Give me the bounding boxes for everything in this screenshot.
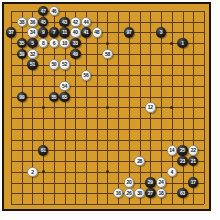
grid-line-horizontal xyxy=(11,140,204,141)
stone-black-61: 61 xyxy=(38,145,48,155)
stone-black-23: 23 xyxy=(177,156,187,166)
stone-white-46: 46 xyxy=(49,6,59,16)
move-number-label: 26 xyxy=(125,189,133,198)
move-number-label: 25 xyxy=(177,145,187,155)
stone-white-22: 22 xyxy=(188,145,198,155)
move-number-label: 99 xyxy=(17,92,27,102)
stone-black-1: 1 xyxy=(177,38,187,48)
move-number-label: 3 xyxy=(156,27,166,37)
stone-black-49: 49 xyxy=(70,49,80,59)
stone-white-48: 48 xyxy=(92,27,102,37)
move-number-label: 36 xyxy=(28,18,36,27)
move-number-label: 52 xyxy=(60,60,68,69)
stone-white-20: 20 xyxy=(124,177,134,187)
grid-line-vertical xyxy=(118,11,119,204)
stone-black-37: 37 xyxy=(6,27,16,37)
grid-line-horizontal xyxy=(11,193,204,194)
hoshi-star-point xyxy=(106,170,109,173)
move-number-label: 9 xyxy=(38,27,48,37)
stone-black-3: 3 xyxy=(156,27,166,37)
move-number-label: 29 xyxy=(145,177,155,187)
grid-line-vertical xyxy=(140,11,141,204)
stone-white-4: 4 xyxy=(167,167,177,177)
move-number-label: 33 xyxy=(70,38,80,48)
hoshi-star-point xyxy=(42,106,45,109)
move-number-label: 58 xyxy=(103,50,111,59)
hoshi-star-point xyxy=(170,106,173,109)
stone-white-40: 40 xyxy=(70,27,80,37)
move-number-label: 51 xyxy=(27,59,37,69)
hoshi-star-point xyxy=(42,170,45,173)
move-number-label: 17 xyxy=(188,177,198,187)
move-number-label: 40 xyxy=(71,28,79,37)
stone-black-5: 5 xyxy=(27,38,37,48)
move-number-label: 1 xyxy=(177,38,187,48)
stone-black-51: 51 xyxy=(27,59,37,69)
stone-black-99: 99 xyxy=(17,92,27,102)
move-number-label: 42 xyxy=(71,18,79,27)
stone-white-18: 18 xyxy=(156,188,166,198)
stone-black-27: 27 xyxy=(145,188,155,198)
stone-white-24: 24 xyxy=(156,177,166,187)
stone-black-33: 33 xyxy=(70,38,80,48)
move-number-label: 63 xyxy=(177,188,187,198)
move-number-label: 22 xyxy=(189,146,197,155)
move-number-label: 2 xyxy=(28,168,36,177)
stone-black-65: 65 xyxy=(59,92,69,102)
stone-black-17: 17 xyxy=(188,177,198,187)
stone-white-30: 30 xyxy=(134,188,144,198)
grid-line-horizontal xyxy=(11,161,204,162)
move-number-label: 21 xyxy=(188,156,198,166)
stone-white-16: 16 xyxy=(113,188,123,198)
move-number-label: 11 xyxy=(59,27,69,37)
hoshi-star-point xyxy=(170,42,173,45)
grid-line-horizontal xyxy=(11,129,204,130)
move-number-label: 35 xyxy=(17,38,27,48)
stone-white-42: 42 xyxy=(70,17,80,27)
move-number-label: 16 xyxy=(114,189,122,198)
stone-black-47: 47 xyxy=(38,6,48,16)
stone-white-2: 2 xyxy=(27,167,37,177)
stone-white-32: 32 xyxy=(27,49,37,59)
move-number-label: 7 xyxy=(49,27,59,37)
move-number-label: 27 xyxy=(145,188,155,198)
stone-white-44: 44 xyxy=(81,17,91,27)
move-number-label: 55 xyxy=(49,92,59,102)
stone-white-12: 12 xyxy=(145,102,155,112)
move-number-label: 8 xyxy=(39,39,47,48)
kifu-diagram: 1234567891011121416171820212223242526272… xyxy=(0,0,220,220)
move-number-label: 54 xyxy=(60,82,68,91)
stone-black-55: 55 xyxy=(49,92,59,102)
move-number-label: 5 xyxy=(27,38,37,48)
stone-white-50: 50 xyxy=(49,59,59,69)
move-number-label: 49 xyxy=(70,49,80,59)
move-number-label: 18 xyxy=(157,189,165,198)
move-number-label: 47 xyxy=(38,6,48,16)
move-number-label: 10 xyxy=(60,39,68,48)
stone-black-25: 25 xyxy=(177,145,187,155)
move-number-label: 6 xyxy=(50,39,58,48)
grid-line-vertical xyxy=(193,11,194,204)
stone-white-52: 52 xyxy=(59,59,69,69)
move-number-label: 30 xyxy=(135,189,143,198)
move-number-label: 46 xyxy=(50,7,58,16)
grid-line-vertical xyxy=(204,11,205,204)
stone-black-7: 7 xyxy=(49,27,59,37)
move-number-label: 34 xyxy=(28,28,36,37)
stone-white-58: 58 xyxy=(102,49,112,59)
stone-black-35: 35 xyxy=(17,38,27,48)
move-number-label: 44 xyxy=(82,18,90,27)
move-number-label: 28 xyxy=(135,157,143,166)
grid-line-vertical xyxy=(129,11,130,204)
move-number-label: 50 xyxy=(50,60,58,69)
grid-line-horizontal xyxy=(11,183,204,184)
stone-white-54: 54 xyxy=(59,81,69,91)
stone-black-41: 41 xyxy=(81,27,91,37)
move-number-label: 38 xyxy=(18,18,26,27)
stone-white-34: 34 xyxy=(27,27,37,37)
move-number-label: 39 xyxy=(17,49,27,59)
move-number-label: 61 xyxy=(38,145,48,155)
stone-white-6: 6 xyxy=(49,38,59,48)
move-number-label: 12 xyxy=(146,103,154,112)
hoshi-star-point xyxy=(106,106,109,109)
grid-line-horizontal xyxy=(11,118,204,119)
stone-white-38: 38 xyxy=(17,17,27,27)
stone-white-14: 14 xyxy=(167,145,177,155)
stone-black-63: 63 xyxy=(177,188,187,198)
move-number-label: 41 xyxy=(81,27,91,37)
hoshi-star-point xyxy=(106,42,109,45)
move-number-label: 56 xyxy=(82,71,90,80)
stone-white-26: 26 xyxy=(124,188,134,198)
move-number-label: 43 xyxy=(59,17,69,27)
stone-white-10: 10 xyxy=(59,38,69,48)
stone-black-9: 9 xyxy=(38,27,48,37)
grid-line-horizontal xyxy=(11,204,204,205)
move-number-label: 37 xyxy=(6,27,16,37)
stone-black-39: 39 xyxy=(17,49,27,59)
stone-black-43: 43 xyxy=(59,17,69,27)
move-number-label: 14 xyxy=(168,146,176,155)
go-board[interactable]: 1234567891011121416171820212223242526272… xyxy=(0,0,220,220)
move-number-label: 23 xyxy=(177,156,187,166)
stone-black-21: 21 xyxy=(188,156,198,166)
stone-black-97: 97 xyxy=(124,27,134,37)
move-number-label: 97 xyxy=(124,27,134,37)
stone-black-11: 11 xyxy=(59,27,69,37)
stone-white-36: 36 xyxy=(27,17,37,27)
stone-black-45: 45 xyxy=(38,17,48,27)
move-number-label: 4 xyxy=(168,168,176,177)
stone-white-56: 56 xyxy=(81,70,91,80)
grid-line-vertical xyxy=(161,11,162,204)
move-number-label: 48 xyxy=(93,28,101,37)
stone-white-28: 28 xyxy=(134,156,144,166)
stone-black-29: 29 xyxy=(145,177,155,187)
stone-white-8: 8 xyxy=(38,38,48,48)
move-number-label: 65 xyxy=(59,92,69,102)
move-number-label: 24 xyxy=(157,178,165,187)
move-number-label: 20 xyxy=(125,178,133,187)
move-number-label: 45 xyxy=(38,17,48,27)
move-number-label: 32 xyxy=(28,50,36,59)
